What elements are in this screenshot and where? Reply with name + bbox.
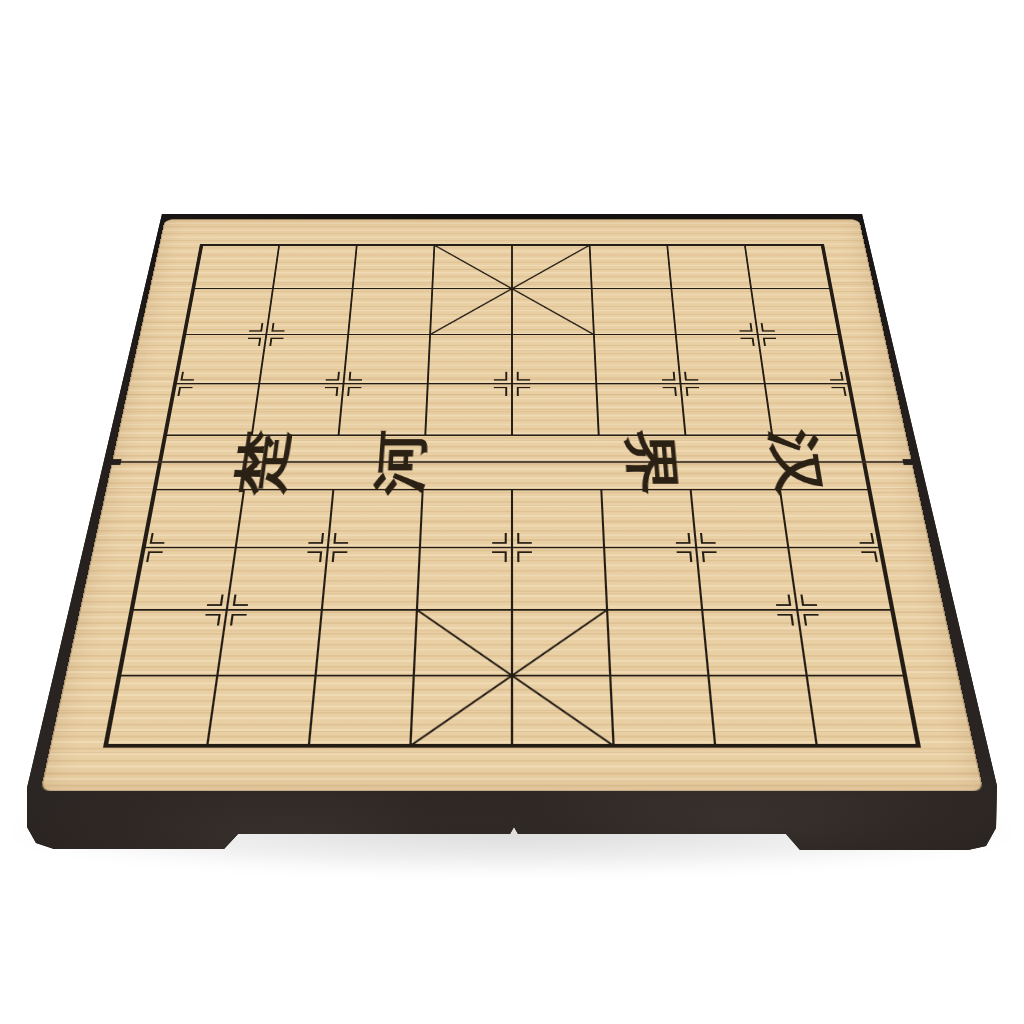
river-character-chu: 楚 (196, 397, 324, 532)
wood-surface: 楚 河 界 汉 (40, 219, 983, 791)
board-3d: 楚 河 界 汉 (40, 219, 983, 791)
river-character-jie: 界 (593, 397, 713, 532)
hinge-notch-right (902, 459, 912, 465)
scene: 楚 河 界 汉 (0, 0, 1024, 1024)
river-character-he: 河 (340, 397, 458, 532)
hinge-notch-left (111, 459, 121, 465)
